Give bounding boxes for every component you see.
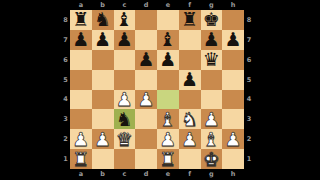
square-c1[interactable] bbox=[114, 149, 136, 169]
square-a8[interactable]: ♜ bbox=[70, 10, 92, 30]
square-b2[interactable]: ♟ bbox=[92, 129, 114, 149]
square-g1[interactable]: ♚ bbox=[201, 149, 223, 169]
square-b7[interactable]: ♟ bbox=[92, 30, 114, 50]
file-label-top-a: a bbox=[70, 0, 92, 10]
piece-white-pawn[interactable]: ♟ bbox=[203, 110, 220, 129]
square-a2[interactable]: ♟ bbox=[70, 129, 92, 149]
square-b5[interactable] bbox=[92, 70, 114, 90]
square-g5[interactable] bbox=[201, 70, 223, 90]
square-f2[interactable]: ♟ bbox=[179, 129, 201, 149]
square-d6[interactable]: ♟ bbox=[135, 50, 157, 70]
rank-labels-right: 87654321 bbox=[244, 10, 254, 169]
square-g6[interactable]: ♛ bbox=[201, 50, 223, 70]
square-g4[interactable] bbox=[201, 90, 223, 110]
piece-black-rook[interactable]: ♜ bbox=[72, 10, 89, 29]
file-label-top-e: e bbox=[157, 0, 179, 10]
square-c5[interactable] bbox=[114, 70, 136, 90]
file-label-top-d: d bbox=[135, 0, 157, 10]
square-a5[interactable] bbox=[70, 70, 92, 90]
square-c2[interactable]: ♛ bbox=[114, 129, 136, 149]
piece-black-pawn[interactable]: ♟ bbox=[181, 70, 198, 89]
square-a7[interactable]: ♟ bbox=[70, 30, 92, 50]
square-h8[interactable] bbox=[222, 10, 244, 30]
file-label-bottom-g: g bbox=[201, 169, 223, 180]
piece-white-rook[interactable]: ♜ bbox=[159, 150, 176, 169]
square-e7[interactable]: ♝ bbox=[157, 30, 179, 50]
file-label-top-g: g bbox=[201, 0, 223, 10]
square-e5[interactable] bbox=[157, 70, 179, 90]
square-d2[interactable] bbox=[135, 129, 157, 149]
piece-white-pawn[interactable]: ♟ bbox=[72, 130, 89, 149]
piece-black-pawn[interactable]: ♟ bbox=[72, 30, 89, 49]
piece-white-bishop[interactable]: ♝ bbox=[159, 110, 176, 129]
square-h1[interactable] bbox=[222, 149, 244, 169]
rank-label-right-3: 3 bbox=[244, 109, 254, 129]
square-c6[interactable] bbox=[114, 50, 136, 70]
file-label-bottom-f: f bbox=[179, 169, 201, 180]
square-d7[interactable] bbox=[135, 30, 157, 50]
file-label-bottom-c: c bbox=[114, 169, 136, 180]
rank-label-right-6: 6 bbox=[244, 50, 254, 70]
piece-white-knight[interactable]: ♞ bbox=[181, 110, 198, 129]
square-g3[interactable]: ♟ bbox=[201, 109, 223, 129]
square-e2[interactable]: ♟ bbox=[157, 129, 179, 149]
file-label-top-f: f bbox=[179, 0, 201, 10]
square-a4[interactable] bbox=[70, 90, 92, 110]
square-d1[interactable] bbox=[135, 149, 157, 169]
piece-black-bishop[interactable]: ♝ bbox=[116, 10, 133, 29]
square-f1[interactable] bbox=[179, 149, 201, 169]
square-h4[interactable] bbox=[222, 90, 244, 110]
square-f6[interactable] bbox=[179, 50, 201, 70]
piece-white-queen[interactable]: ♛ bbox=[116, 130, 133, 149]
square-e3[interactable]: ♝ bbox=[157, 109, 179, 129]
rank-label-right-2: 2 bbox=[244, 129, 254, 149]
square-h6[interactable] bbox=[222, 50, 244, 70]
square-c7[interactable]: ♟ bbox=[114, 30, 136, 50]
square-h5[interactable] bbox=[222, 70, 244, 90]
square-d4[interactable]: ♟ bbox=[135, 90, 157, 110]
square-d5[interactable] bbox=[135, 70, 157, 90]
rank-label-left-8: 8 bbox=[61, 10, 70, 30]
square-b1[interactable] bbox=[92, 149, 114, 169]
square-h3[interactable] bbox=[222, 109, 244, 129]
piece-white-rook[interactable]: ♜ bbox=[72, 150, 89, 169]
square-f4[interactable] bbox=[179, 90, 201, 110]
square-b4[interactable] bbox=[92, 90, 114, 110]
piece-black-pawn[interactable]: ♟ bbox=[203, 30, 220, 49]
rank-label-left-2: 2 bbox=[61, 129, 70, 149]
square-a6[interactable] bbox=[70, 50, 92, 70]
chessboard[interactable]: ♜♞♝♜♚♟♟♟♝♟♟♟♟♛♟♟♟♞♝♞♟♟♟♛♟♟♝♟♜♜♚ bbox=[70, 10, 244, 169]
rank-label-right-7: 7 bbox=[244, 30, 254, 50]
file-label-top-h: h bbox=[222, 0, 244, 10]
square-f5[interactable]: ♟ bbox=[179, 70, 201, 90]
file-label-top-b: b bbox=[92, 0, 114, 10]
square-e4[interactable] bbox=[157, 90, 179, 110]
file-labels-bottom: abcdefgh bbox=[70, 169, 244, 180]
chess-app: abcdefgh 87654321 ♜♞♝♜♚♟♟♟♝♟♟♟♟♛♟♟♟♞♝♞♟♟… bbox=[0, 0, 320, 180]
rank-label-left-4: 4 bbox=[61, 90, 70, 110]
piece-black-knight[interactable]: ♞ bbox=[94, 10, 111, 29]
piece-white-bishop[interactable]: ♝ bbox=[203, 130, 220, 149]
piece-white-king[interactable]: ♚ bbox=[203, 150, 220, 169]
rank-label-right-4: 4 bbox=[244, 90, 254, 110]
square-b6[interactable] bbox=[92, 50, 114, 70]
square-g7[interactable]: ♟ bbox=[201, 30, 223, 50]
piece-black-pawn[interactable]: ♟ bbox=[225, 30, 242, 49]
square-c8[interactable]: ♝ bbox=[114, 10, 136, 30]
square-e6[interactable]: ♟ bbox=[157, 50, 179, 70]
square-h2[interactable]: ♟ bbox=[222, 129, 244, 149]
piece-white-pawn[interactable]: ♟ bbox=[225, 130, 242, 149]
piece-black-pawn[interactable]: ♟ bbox=[138, 50, 155, 69]
file-label-bottom-a: a bbox=[70, 169, 92, 180]
piece-white-pawn[interactable]: ♟ bbox=[94, 130, 111, 149]
square-a3[interactable] bbox=[70, 109, 92, 129]
square-b3[interactable] bbox=[92, 109, 114, 129]
piece-white-pawn[interactable]: ♟ bbox=[159, 130, 176, 149]
square-g2[interactable]: ♝ bbox=[201, 129, 223, 149]
file-labels-top: abcdefgh bbox=[70, 0, 244, 10]
rank-label-left-5: 5 bbox=[61, 70, 70, 90]
rank-label-left-6: 6 bbox=[61, 50, 70, 70]
rank-label-left-3: 3 bbox=[61, 109, 70, 129]
square-g8[interactable]: ♚ bbox=[201, 10, 223, 30]
piece-black-rook[interactable]: ♜ bbox=[181, 10, 198, 29]
rank-label-left-7: 7 bbox=[61, 30, 70, 50]
square-d8[interactable] bbox=[135, 10, 157, 30]
rank-label-right-5: 5 bbox=[244, 70, 254, 90]
piece-black-bishop[interactable]: ♝ bbox=[159, 30, 176, 49]
square-f8[interactable]: ♜ bbox=[179, 10, 201, 30]
square-f3[interactable]: ♞ bbox=[179, 109, 201, 129]
file-label-bottom-d: d bbox=[135, 169, 157, 180]
square-c3[interactable]: ♞ bbox=[114, 109, 136, 129]
square-h7[interactable]: ♟ bbox=[222, 30, 244, 50]
rank-label-right-8: 8 bbox=[244, 10, 254, 30]
rank-label-right-1: 1 bbox=[244, 149, 254, 169]
square-c4[interactable]: ♟ bbox=[114, 90, 136, 110]
piece-black-king[interactable]: ♚ bbox=[203, 10, 220, 29]
rank-label-left-1: 1 bbox=[61, 149, 70, 169]
square-e8[interactable] bbox=[157, 10, 179, 30]
square-e1[interactable]: ♜ bbox=[157, 149, 179, 169]
rank-labels-left: 87654321 bbox=[61, 10, 70, 169]
piece-white-pawn[interactable]: ♟ bbox=[116, 90, 133, 109]
file-label-bottom-h: h bbox=[222, 169, 244, 180]
piece-black-pawn[interactable]: ♟ bbox=[159, 50, 176, 69]
piece-white-pawn[interactable]: ♟ bbox=[138, 90, 155, 109]
square-b8[interactable]: ♞ bbox=[92, 10, 114, 30]
piece-black-queen[interactable]: ♛ bbox=[203, 50, 220, 69]
piece-white-pawn[interactable]: ♟ bbox=[181, 130, 198, 149]
piece-black-pawn[interactable]: ♟ bbox=[94, 30, 111, 49]
piece-black-pawn[interactable]: ♟ bbox=[116, 30, 133, 49]
file-label-top-c: c bbox=[114, 0, 136, 10]
square-d3[interactable] bbox=[135, 109, 157, 129]
square-a1[interactable]: ♜ bbox=[70, 149, 92, 169]
file-label-bottom-b: b bbox=[92, 169, 114, 180]
square-f7[interactable] bbox=[179, 30, 201, 50]
file-label-bottom-e: e bbox=[157, 169, 179, 180]
piece-black-knight[interactable]: ♞ bbox=[116, 110, 133, 129]
